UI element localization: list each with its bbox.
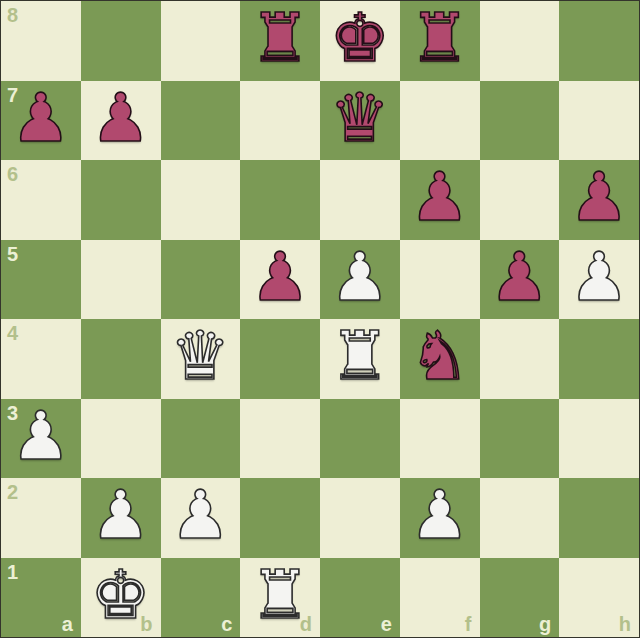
- square-c8[interactable]: [161, 1, 241, 81]
- square-c4[interactable]: ♛: [161, 319, 241, 399]
- square-f4[interactable]: ♞: [400, 319, 480, 399]
- rank-label-1: 1: [7, 562, 18, 582]
- rank-label-6: 6: [7, 164, 18, 184]
- black-king[interactable]: ♚: [330, 5, 390, 72]
- white-rook[interactable]: ♜: [250, 562, 310, 629]
- square-h3[interactable]: [559, 399, 639, 479]
- black-pawn[interactable]: ♟: [569, 164, 629, 231]
- white-pawn[interactable]: ♟: [569, 244, 629, 311]
- square-g3[interactable]: [480, 399, 560, 479]
- square-g1[interactable]: g: [480, 558, 560, 638]
- square-e4[interactable]: ♜: [320, 319, 400, 399]
- square-c1[interactable]: c: [161, 558, 241, 638]
- square-f2[interactable]: ♟: [400, 478, 480, 558]
- square-b2[interactable]: ♟: [81, 478, 161, 558]
- square-b6[interactable]: [81, 160, 161, 240]
- square-g7[interactable]: [480, 81, 560, 161]
- file-label-c: c: [221, 614, 232, 634]
- square-h7[interactable]: [559, 81, 639, 161]
- black-rook[interactable]: ♜: [410, 5, 470, 72]
- square-a5[interactable]: 5: [1, 240, 81, 320]
- square-e5[interactable]: ♟: [320, 240, 400, 320]
- square-e2[interactable]: [320, 478, 400, 558]
- square-d7[interactable]: [240, 81, 320, 161]
- square-h1[interactable]: h: [559, 558, 639, 638]
- square-d1[interactable]: d♜: [240, 558, 320, 638]
- square-b1[interactable]: b♚: [81, 558, 161, 638]
- square-g5[interactable]: ♟: [480, 240, 560, 320]
- square-h6[interactable]: ♟: [559, 160, 639, 240]
- black-pawn[interactable]: ♟: [250, 244, 310, 311]
- rank-label-4: 4: [7, 323, 18, 343]
- square-a2[interactable]: 2: [1, 478, 81, 558]
- square-h8[interactable]: [559, 1, 639, 81]
- square-b7[interactable]: ♟: [81, 81, 161, 161]
- black-pawn[interactable]: ♟: [489, 244, 549, 311]
- square-d2[interactable]: [240, 478, 320, 558]
- file-label-e: e: [381, 614, 392, 634]
- white-pawn[interactable]: ♟: [330, 244, 390, 311]
- square-h5[interactable]: ♟: [559, 240, 639, 320]
- square-c6[interactable]: [161, 160, 241, 240]
- file-label-a: a: [62, 614, 73, 634]
- square-a8[interactable]: 8: [1, 1, 81, 81]
- white-king[interactable]: ♚: [91, 562, 151, 629]
- black-rook[interactable]: ♜: [250, 5, 310, 72]
- black-pawn[interactable]: ♟: [11, 85, 71, 152]
- file-label-h: h: [619, 614, 631, 634]
- rank-label-8: 8: [7, 5, 18, 25]
- square-a6[interactable]: 6: [1, 160, 81, 240]
- black-pawn[interactable]: ♟: [91, 85, 151, 152]
- square-g8[interactable]: [480, 1, 560, 81]
- square-a7[interactable]: 7♟: [1, 81, 81, 161]
- black-queen[interactable]: ♛: [330, 85, 390, 152]
- white-rook[interactable]: ♜: [330, 323, 390, 390]
- square-h2[interactable]: [559, 478, 639, 558]
- square-c5[interactable]: [161, 240, 241, 320]
- square-e8[interactable]: ♚: [320, 1, 400, 81]
- square-f6[interactable]: ♟: [400, 160, 480, 240]
- square-a4[interactable]: 4: [1, 319, 81, 399]
- square-d3[interactable]: [240, 399, 320, 479]
- chess-board: 8♜♚♜7♟♟♛6♟♟5♟♟♟♟4♛♜♞3♟2♟♟♟1ab♚cd♜efgh: [0, 0, 640, 638]
- square-g4[interactable]: [480, 319, 560, 399]
- white-pawn[interactable]: ♟: [91, 482, 151, 549]
- square-e3[interactable]: [320, 399, 400, 479]
- square-f5[interactable]: [400, 240, 480, 320]
- white-queen[interactable]: ♛: [170, 323, 230, 390]
- square-d8[interactable]: ♜: [240, 1, 320, 81]
- square-g6[interactable]: [480, 160, 560, 240]
- square-e7[interactable]: ♛: [320, 81, 400, 161]
- black-pawn[interactable]: ♟: [410, 164, 470, 231]
- square-b8[interactable]: [81, 1, 161, 81]
- square-c2[interactable]: ♟: [161, 478, 241, 558]
- square-f1[interactable]: f: [400, 558, 480, 638]
- square-f8[interactable]: ♜: [400, 1, 480, 81]
- square-d4[interactable]: [240, 319, 320, 399]
- square-f7[interactable]: [400, 81, 480, 161]
- square-c3[interactable]: [161, 399, 241, 479]
- square-b3[interactable]: [81, 399, 161, 479]
- square-d6[interactable]: [240, 160, 320, 240]
- square-e6[interactable]: [320, 160, 400, 240]
- white-pawn[interactable]: ♟: [170, 482, 230, 549]
- file-label-g: g: [539, 614, 551, 634]
- square-g2[interactable]: [480, 478, 560, 558]
- square-a3[interactable]: 3♟: [1, 399, 81, 479]
- black-knight[interactable]: ♞: [410, 323, 470, 390]
- square-d5[interactable]: ♟: [240, 240, 320, 320]
- square-e1[interactable]: e: [320, 558, 400, 638]
- square-a1[interactable]: 1a: [1, 558, 81, 638]
- square-b5[interactable]: [81, 240, 161, 320]
- square-b4[interactable]: [81, 319, 161, 399]
- white-pawn[interactable]: ♟: [410, 482, 470, 549]
- file-label-f: f: [465, 614, 472, 634]
- rank-label-2: 2: [7, 482, 18, 502]
- square-h4[interactable]: [559, 319, 639, 399]
- square-c7[interactable]: [161, 81, 241, 161]
- rank-label-5: 5: [7, 244, 18, 264]
- square-f3[interactable]: [400, 399, 480, 479]
- white-pawn[interactable]: ♟: [11, 403, 71, 470]
